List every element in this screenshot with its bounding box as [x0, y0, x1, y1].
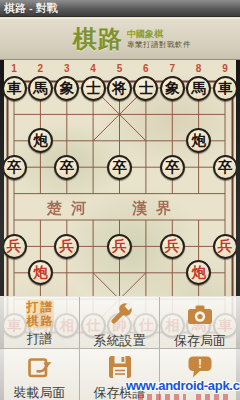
column-number: 6: [138, 63, 154, 74]
column-number: 1: [6, 63, 22, 74]
watermark: www.android-apk.com: [126, 378, 240, 393]
black-piece-象[interactable]: 象: [160, 76, 185, 101]
black-piece-車[interactable]: 車: [2, 76, 27, 101]
logo-taglines: 中國象棋 專業打譜對戰軟件: [127, 29, 191, 49]
black-piece-炮[interactable]: 炮: [28, 128, 53, 153]
logo-block: 棋路 中國象棋 專業打譜對戰軟件: [73, 23, 191, 55]
black-piece-馬[interactable]: 馬: [28, 76, 53, 101]
camera-icon: [185, 300, 215, 330]
column-number: 3: [59, 63, 75, 74]
menu-label: 打譜: [27, 330, 53, 348]
watermark-subtext-fragment: [138, 394, 186, 400]
red-piece-兵[interactable]: 兵: [54, 234, 79, 259]
black-piece-将[interactable]: 将: [107, 76, 132, 101]
column-number: 2: [32, 63, 48, 74]
column-number: 4: [85, 63, 101, 74]
column-number: 7: [164, 63, 180, 74]
tagline-top: 中國象棋: [127, 29, 191, 40]
red-piece-炮[interactable]: 炮: [28, 260, 53, 285]
red-piece-兵[interactable]: 兵: [107, 234, 132, 259]
black-piece-卒[interactable]: 卒: [213, 155, 238, 180]
column-number: 9: [217, 63, 233, 74]
menu-label: 保存局面: [174, 332, 226, 350]
notation-seal-icon: 打譜棋路: [26, 300, 54, 328]
title-bar: 棋路 - 對戰: [0, 0, 240, 17]
black-piece-卒[interactable]: 卒: [54, 155, 79, 180]
river-label-right: 漢界: [132, 199, 180, 218]
tagline-bottom: 專業打譜對戰軟件: [127, 40, 191, 49]
svg-text:!: !: [198, 357, 202, 371]
red-piece-兵[interactable]: 兵: [213, 234, 238, 259]
menu-item-save-position[interactable]: 保存局面: [160, 297, 240, 349]
app-header: 棋路 中國象棋 專業打譜對戰軟件: [0, 18, 240, 60]
app-logo: 棋路: [73, 23, 123, 55]
black-piece-車[interactable]: 車: [213, 76, 238, 101]
black-piece-卒[interactable]: 卒: [160, 155, 185, 180]
menu-label: 裝載局面: [14, 384, 66, 400]
menu-item-settings[interactable]: 系統設置: [80, 297, 160, 349]
column-number: 8: [191, 63, 207, 74]
title-text: 棋路 - 對戰: [0, 0, 240, 17]
black-piece-卒[interactable]: 卒: [107, 155, 132, 180]
column-number: 5: [112, 63, 128, 74]
red-piece-兵[interactable]: 兵: [160, 234, 185, 259]
menu-label: 系統設置: [94, 332, 146, 350]
app-screen: 棋路 - 對戰 棋路 中國象棋 專業打譜對戰軟件 123456789 楚河 漢界…: [0, 0, 240, 400]
black-piece-士[interactable]: 士: [81, 76, 106, 101]
watermark-subtext-fragment: [196, 394, 230, 400]
red-piece-兵[interactable]: 兵: [2, 234, 27, 259]
black-piece-象[interactable]: 象: [54, 76, 79, 101]
black-piece-卒[interactable]: 卒: [2, 155, 27, 180]
black-piece-士[interactable]: 士: [133, 76, 158, 101]
black-piece-馬[interactable]: 馬: [186, 76, 211, 101]
wrench-icon: [105, 300, 135, 330]
menu-item-notation[interactable]: 打譜棋路 打譜: [0, 297, 80, 349]
load-arrow-icon: [25, 352, 55, 382]
menu-item-load-position[interactable]: 裝載局面: [0, 349, 80, 400]
river-label-left: 楚河: [47, 199, 95, 218]
